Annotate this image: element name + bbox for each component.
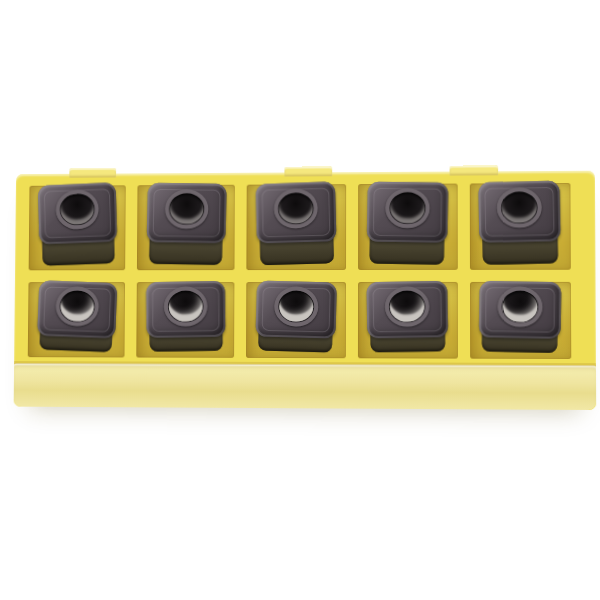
insert-top-face — [367, 281, 449, 339]
tray-well — [28, 183, 572, 359]
insert-tray — [14, 171, 597, 410]
insert-top-face — [256, 182, 337, 244]
tray-pocket — [470, 183, 571, 270]
insert-center-hole — [55, 190, 99, 231]
insert-center-hole — [385, 189, 430, 230]
tray-pocket — [470, 282, 571, 359]
insert-top-face — [255, 281, 336, 339]
tray-rim-tab — [70, 168, 117, 178]
insert-top-face — [479, 181, 562, 243]
carbide-insert — [146, 183, 227, 265]
carbide-insert — [367, 281, 449, 353]
tray-pocket — [247, 184, 346, 270]
carbide-insert — [36, 281, 117, 353]
tray-pocket — [29, 185, 126, 270]
carbide-insert — [256, 182, 338, 266]
insert-center-hole — [164, 286, 208, 326]
tray-rim-tab — [284, 166, 332, 176]
insert-center-hole — [164, 190, 208, 230]
carbide-insert — [479, 181, 562, 265]
insert-top-face — [37, 281, 117, 339]
insert-top-face — [479, 281, 561, 339]
insert-center-hole — [274, 286, 319, 327]
insert-center-hole — [55, 286, 100, 327]
carbide-insert — [479, 281, 562, 353]
tray-front-wall — [14, 363, 597, 410]
insert-center-hole — [274, 189, 319, 230]
insert-center-hole — [497, 188, 543, 229]
carbide-insert — [146, 281, 226, 352]
tray-pocket — [246, 282, 345, 358]
tray-pocket — [136, 282, 234, 358]
tray-pocket — [358, 282, 458, 359]
insert-center-hole — [385, 286, 430, 327]
tray-pocket — [28, 282, 125, 357]
insert-top-face — [146, 183, 226, 243]
product-photo — [0, 0, 600, 600]
tray-rim-tab — [450, 165, 499, 175]
insert-top-face — [37, 183, 116, 245]
tray-pocket — [137, 185, 235, 270]
carbide-insert — [367, 182, 449, 265]
insert-top-face — [146, 281, 226, 338]
tray-pocket — [358, 184, 458, 270]
carbide-insert — [37, 183, 117, 267]
insert-top-face — [367, 182, 449, 243]
carbide-insert — [255, 281, 337, 353]
insert-center-hole — [498, 286, 543, 327]
